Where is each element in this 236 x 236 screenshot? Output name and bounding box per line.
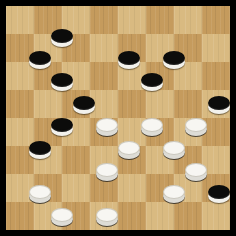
- white-man-square-38[interactable]: [96, 163, 118, 181]
- white-man-top: [141, 118, 163, 132]
- black-man-top: [163, 51, 185, 65]
- board-square-r7-c5[interactable]: [146, 202, 174, 230]
- black-man-square-45[interactable]: [208, 185, 230, 203]
- black-man-square-11[interactable]: [29, 51, 51, 69]
- white-man-top: [96, 208, 118, 222]
- board-square-r3-c0[interactable]: [6, 90, 34, 118]
- board-square-r3-c6[interactable]: [174, 90, 202, 118]
- board-square-r6-c2[interactable]: [62, 174, 90, 202]
- black-man-square-7[interactable]: [51, 29, 73, 47]
- black-man-square-14[interactable]: [163, 51, 185, 69]
- black-man-square-31[interactable]: [29, 141, 51, 159]
- white-man-top: [163, 141, 185, 155]
- board-square-r0-c5[interactable]: [146, 6, 174, 34]
- white-man-square-41[interactable]: [29, 185, 51, 203]
- white-man-square-34[interactable]: [163, 141, 185, 159]
- black-man-square-22[interactable]: [73, 96, 95, 114]
- board-square-r7-c7[interactable]: [202, 202, 230, 230]
- board-square-r3-c4[interactable]: [118, 90, 146, 118]
- board-square-r5-c2[interactable]: [62, 146, 90, 174]
- board-square-r7-c4[interactable]: [118, 202, 146, 230]
- board-square-r2-c7[interactable]: [202, 62, 230, 90]
- white-man-square-44[interactable]: [163, 185, 185, 203]
- board-square-r3-c1[interactable]: [34, 90, 62, 118]
- board-square-r2-c3[interactable]: [90, 62, 118, 90]
- white-man-square-47[interactable]: [51, 208, 73, 226]
- board-frame: [0, 0, 236, 236]
- white-man-square-29[interactable]: [141, 118, 163, 136]
- white-man-top: [51, 208, 73, 222]
- white-man-square-33[interactable]: [118, 141, 140, 159]
- board-square-r0-c0[interactable]: [6, 6, 34, 34]
- black-man-top: [73, 96, 95, 110]
- white-man-top: [118, 141, 140, 155]
- white-man-square-28[interactable]: [96, 118, 118, 136]
- board-square-r0-c3[interactable]: [90, 6, 118, 34]
- board-square-r3-c5[interactable]: [146, 90, 174, 118]
- board-square-r1-c3[interactable]: [90, 34, 118, 62]
- black-man-top: [51, 29, 73, 43]
- board-square-r0-c6[interactable]: [174, 6, 202, 34]
- white-man-square-49[interactable]: [96, 208, 118, 226]
- white-man-square-30[interactable]: [185, 118, 207, 136]
- white-man-square-40[interactable]: [185, 163, 207, 181]
- black-man-square-13[interactable]: [118, 51, 140, 69]
- board-square-r0-c4[interactable]: [118, 6, 146, 34]
- black-man-square-27[interactable]: [51, 118, 73, 136]
- board-square-r1-c7[interactable]: [202, 34, 230, 62]
- black-man-top: [29, 51, 51, 65]
- board-square-r7-c6[interactable]: [174, 202, 202, 230]
- black-man-square-25[interactable]: [208, 96, 230, 114]
- board-square-r0-c7[interactable]: [202, 6, 230, 34]
- board-square-r7-c0[interactable]: [6, 202, 34, 230]
- black-man-square-17[interactable]: [51, 73, 73, 91]
- white-man-top: [96, 118, 118, 132]
- board-square-r6-c4[interactable]: [118, 174, 146, 202]
- black-man-top: [29, 141, 51, 155]
- black-man-square-19[interactable]: [141, 73, 163, 91]
- white-man-top: [96, 163, 118, 177]
- black-man-top: [208, 96, 230, 110]
